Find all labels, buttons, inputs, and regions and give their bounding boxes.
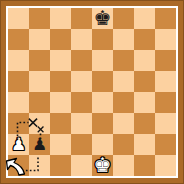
- square-f5[interactable]: [113, 71, 134, 92]
- square-d8[interactable]: [71, 8, 92, 29]
- square-c3[interactable]: [50, 113, 71, 134]
- square-e1[interactable]: ♚: [92, 155, 113, 176]
- square-e2[interactable]: [92, 134, 113, 155]
- square-e7[interactable]: [92, 29, 113, 50]
- square-b3[interactable]: [29, 113, 50, 134]
- square-f1[interactable]: [113, 155, 134, 176]
- white-king[interactable]: ♚: [92, 155, 113, 176]
- square-g3[interactable]: [134, 113, 155, 134]
- board-area: ♚♟♟♚: [8, 8, 176, 176]
- square-g8[interactable]: [134, 8, 155, 29]
- square-f3[interactable]: [113, 113, 134, 134]
- square-h1[interactable]: [155, 155, 176, 176]
- square-e6[interactable]: [92, 50, 113, 71]
- square-d7[interactable]: [71, 29, 92, 50]
- square-a3[interactable]: [8, 113, 29, 134]
- square-c7[interactable]: [50, 29, 71, 50]
- black-king[interactable]: ♚: [92, 8, 113, 29]
- square-b8[interactable]: [29, 8, 50, 29]
- square-c2[interactable]: [50, 134, 71, 155]
- square-e4[interactable]: [92, 92, 113, 113]
- board-frame: ♚♟♟♚: [0, 0, 184, 184]
- square-c1[interactable]: [50, 155, 71, 176]
- square-a5[interactable]: [8, 71, 29, 92]
- square-c4[interactable]: [50, 92, 71, 113]
- square-h6[interactable]: [155, 50, 176, 71]
- square-a4[interactable]: [8, 92, 29, 113]
- square-e5[interactable]: [92, 71, 113, 92]
- square-g5[interactable]: [134, 71, 155, 92]
- square-b7[interactable]: [29, 29, 50, 50]
- square-g4[interactable]: [134, 92, 155, 113]
- square-d5[interactable]: [71, 71, 92, 92]
- square-b4[interactable]: [29, 92, 50, 113]
- square-b6[interactable]: [29, 50, 50, 71]
- square-a2[interactable]: ♟: [8, 134, 29, 155]
- square-d6[interactable]: [71, 50, 92, 71]
- square-h5[interactable]: [155, 71, 176, 92]
- square-g2[interactable]: [134, 134, 155, 155]
- square-a6[interactable]: [8, 50, 29, 71]
- square-h2[interactable]: [155, 134, 176, 155]
- square-c6[interactable]: [50, 50, 71, 71]
- square-h8[interactable]: [155, 8, 176, 29]
- board-inner-line: ♚♟♟♚: [6, 6, 178, 178]
- square-d3[interactable]: [71, 113, 92, 134]
- square-h4[interactable]: [155, 92, 176, 113]
- square-g1[interactable]: [134, 155, 155, 176]
- square-a1[interactable]: [8, 155, 29, 176]
- square-f8[interactable]: [113, 8, 134, 29]
- square-f7[interactable]: [113, 29, 134, 50]
- black-pawn[interactable]: ♟: [29, 134, 50, 155]
- square-c5[interactable]: [50, 71, 71, 92]
- square-g6[interactable]: [134, 50, 155, 71]
- square-b1[interactable]: [29, 155, 50, 176]
- square-a7[interactable]: [8, 29, 29, 50]
- square-c8[interactable]: [50, 8, 71, 29]
- square-g7[interactable]: [134, 29, 155, 50]
- square-f4[interactable]: [113, 92, 134, 113]
- square-a8[interactable]: [8, 8, 29, 29]
- square-h7[interactable]: [155, 29, 176, 50]
- square-b5[interactable]: [29, 71, 50, 92]
- square-d4[interactable]: [71, 92, 92, 113]
- square-b2[interactable]: ♟: [29, 134, 50, 155]
- square-h3[interactable]: [155, 113, 176, 134]
- chess-board: ♚♟♟♚: [8, 8, 176, 176]
- square-d1[interactable]: [71, 155, 92, 176]
- white-pawn[interactable]: ♟: [8, 134, 29, 155]
- square-f2[interactable]: [113, 134, 134, 155]
- square-d2[interactable]: [71, 134, 92, 155]
- square-f6[interactable]: [113, 50, 134, 71]
- square-e3[interactable]: [92, 113, 113, 134]
- square-e8[interactable]: ♚: [92, 8, 113, 29]
